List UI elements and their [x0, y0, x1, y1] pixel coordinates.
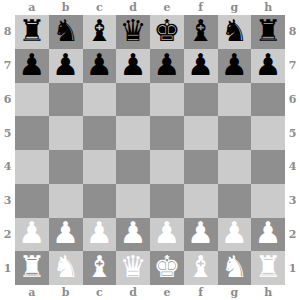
square-d2[interactable]: ♟: [116, 218, 150, 252]
piece-white-pawn: ♟: [86, 218, 113, 248]
square-a4[interactable]: [15, 150, 49, 184]
rank-label: 1: [285, 251, 300, 285]
square-a1[interactable]: ♜: [15, 251, 49, 285]
rank-label: 3: [0, 184, 15, 218]
square-f4[interactable]: [184, 150, 218, 184]
square-d3[interactable]: [116, 184, 150, 218]
square-c4[interactable]: [83, 150, 117, 184]
file-label: h: [251, 285, 285, 300]
file-label: e: [150, 285, 184, 300]
file-label: a: [15, 0, 49, 15]
file-label: c: [83, 0, 117, 15]
rank-label: 6: [0, 83, 15, 117]
square-c7[interactable]: ♟: [83, 49, 117, 83]
square-e3[interactable]: [150, 184, 184, 218]
piece-black-queen: ♛: [120, 16, 147, 46]
square-h6[interactable]: [251, 83, 285, 117]
chess-board-frame: abcdefgh abcdefgh 87654321 87654321 ♜♞♝♛…: [0, 0, 300, 300]
file-label: g: [218, 0, 252, 15]
file-label: f: [184, 285, 218, 300]
rank-label: 8: [0, 15, 15, 49]
square-e8[interactable]: ♚: [150, 15, 184, 49]
piece-black-pawn: ♟: [120, 50, 147, 80]
square-f6[interactable]: [184, 83, 218, 117]
square-e2[interactable]: ♟: [150, 218, 184, 252]
piece-black-knight: ♞: [52, 16, 79, 46]
piece-black-pawn: ♟: [153, 50, 180, 80]
square-g5[interactable]: [218, 116, 252, 150]
square-c1[interactable]: ♝: [83, 251, 117, 285]
piece-white-pawn: ♟: [255, 218, 282, 248]
square-f8[interactable]: ♝: [184, 15, 218, 49]
rank-label: 4: [0, 150, 15, 184]
square-e4[interactable]: [150, 150, 184, 184]
piece-black-bishop: ♝: [86, 16, 113, 46]
rank-label: 8: [285, 15, 300, 49]
square-f1[interactable]: ♝: [184, 251, 218, 285]
file-labels-top: abcdefgh: [15, 0, 285, 15]
square-d4[interactable]: [116, 150, 150, 184]
square-g3[interactable]: [218, 184, 252, 218]
rank-label: 7: [285, 49, 300, 83]
square-b2[interactable]: ♟: [49, 218, 83, 252]
piece-white-knight: ♞: [221, 252, 248, 282]
square-f5[interactable]: [184, 116, 218, 150]
square-b7[interactable]: ♟: [49, 49, 83, 83]
file-label: f: [184, 0, 218, 15]
file-label: g: [218, 285, 252, 300]
piece-white-pawn: ♟: [221, 218, 248, 248]
square-d7[interactable]: ♟: [116, 49, 150, 83]
file-label: d: [116, 285, 150, 300]
piece-white-pawn: ♟: [52, 218, 79, 248]
file-label: d: [116, 0, 150, 15]
piece-white-rook: ♜: [255, 252, 282, 282]
square-c2[interactable]: ♟: [83, 218, 117, 252]
piece-black-pawn: ♟: [52, 50, 79, 80]
chess-board[interactable]: ♜♞♝♛♚♝♞♜♟♟♟♟♟♟♟♟♟♟♟♟♟♟♟♟♜♞♝♛♚♝♞♜: [15, 15, 285, 285]
square-f3[interactable]: [184, 184, 218, 218]
square-a6[interactable]: [15, 83, 49, 117]
piece-black-pawn: ♟: [255, 50, 282, 80]
file-labels-bottom: abcdefgh: [15, 285, 285, 300]
file-label: c: [83, 285, 117, 300]
square-c3[interactable]: [83, 184, 117, 218]
square-f2[interactable]: ♟: [184, 218, 218, 252]
rank-labels-left: 87654321: [0, 15, 15, 285]
piece-white-bishop: ♝: [187, 252, 214, 282]
piece-black-rook: ♜: [255, 16, 282, 46]
square-e1[interactable]: ♚: [150, 251, 184, 285]
piece-white-king: ♚: [153, 252, 180, 282]
square-b1[interactable]: ♞: [49, 251, 83, 285]
rank-label: 1: [0, 251, 15, 285]
rank-label: 4: [285, 150, 300, 184]
piece-white-rook: ♜: [18, 252, 45, 282]
square-b8[interactable]: ♞: [49, 15, 83, 49]
square-g6[interactable]: [218, 83, 252, 117]
square-d8[interactable]: ♛: [116, 15, 150, 49]
square-a2[interactable]: ♟: [15, 218, 49, 252]
rank-label: 5: [0, 116, 15, 150]
piece-white-pawn: ♟: [187, 218, 214, 248]
square-f7[interactable]: ♟: [184, 49, 218, 83]
file-label: b: [49, 285, 83, 300]
square-e7[interactable]: ♟: [150, 49, 184, 83]
file-label: b: [49, 0, 83, 15]
square-g4[interactable]: [218, 150, 252, 184]
square-a3[interactable]: [15, 184, 49, 218]
rank-label: 6: [285, 83, 300, 117]
square-e6[interactable]: [150, 83, 184, 117]
piece-white-pawn: ♟: [120, 218, 147, 248]
file-label: e: [150, 0, 184, 15]
piece-black-knight: ♞: [221, 16, 248, 46]
square-d5[interactable]: [116, 116, 150, 150]
square-b5[interactable]: [49, 116, 83, 150]
piece-black-rook: ♜: [18, 16, 45, 46]
rank-label: 2: [0, 218, 15, 252]
square-h1[interactable]: ♜: [251, 251, 285, 285]
file-label: a: [15, 285, 49, 300]
square-h4[interactable]: [251, 150, 285, 184]
piece-black-pawn: ♟: [86, 50, 113, 80]
square-h3[interactable]: [251, 184, 285, 218]
piece-white-queen: ♛: [120, 252, 147, 282]
square-d6[interactable]: [116, 83, 150, 117]
square-g1[interactable]: ♞: [218, 251, 252, 285]
piece-white-pawn: ♟: [18, 218, 45, 248]
piece-white-pawn: ♟: [153, 218, 180, 248]
rank-label: 7: [0, 49, 15, 83]
square-c5[interactable]: [83, 116, 117, 150]
square-a7[interactable]: ♟: [15, 49, 49, 83]
piece-black-king: ♚: [153, 16, 180, 46]
square-e5[interactable]: [150, 116, 184, 150]
piece-white-knight: ♞: [52, 252, 79, 282]
piece-black-pawn: ♟: [18, 50, 45, 80]
square-g8[interactable]: ♞: [218, 15, 252, 49]
square-b3[interactable]: [49, 184, 83, 218]
file-label: h: [251, 0, 285, 15]
piece-white-bishop: ♝: [86, 252, 113, 282]
square-b4[interactable]: [49, 150, 83, 184]
square-c8[interactable]: ♝: [83, 15, 117, 49]
rank-labels-right: 87654321: [285, 15, 300, 285]
piece-black-pawn: ♟: [221, 50, 248, 80]
rank-label: 5: [285, 116, 300, 150]
square-g7[interactable]: ♟: [218, 49, 252, 83]
piece-black-bishop: ♝: [187, 16, 214, 46]
square-a5[interactable]: [15, 116, 49, 150]
square-c6[interactable]: [83, 83, 117, 117]
square-h2[interactable]: ♟: [251, 218, 285, 252]
square-b6[interactable]: [49, 83, 83, 117]
rank-label: 3: [285, 184, 300, 218]
square-h5[interactable]: [251, 116, 285, 150]
rank-label: 2: [285, 218, 300, 252]
piece-black-pawn: ♟: [187, 50, 214, 80]
square-g2[interactable]: ♟: [218, 218, 252, 252]
square-h7[interactable]: ♟: [251, 49, 285, 83]
square-h8[interactable]: ♜: [251, 15, 285, 49]
square-a8[interactable]: ♜: [15, 15, 49, 49]
square-d1[interactable]: ♛: [116, 251, 150, 285]
